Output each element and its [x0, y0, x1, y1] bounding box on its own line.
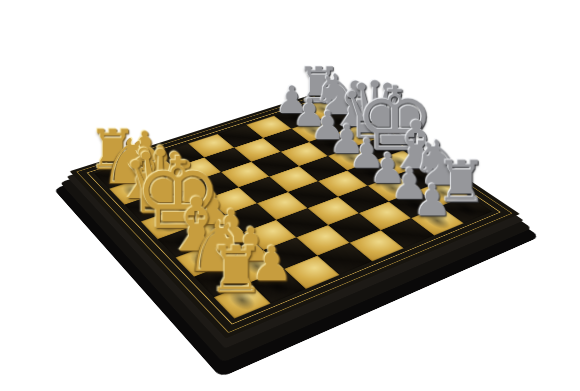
board-frame: ♜♞♝♛♚♝♞♜♟♟♟♟♟♟♟♟♟♟♟♟♟♟♟♟♜♞♝♛♚♝♞♜: [70, 88, 520, 338]
square-h1: ♜: [214, 283, 271, 319]
product-photo-stage: ♜♞♝♛♚♝♞♜♟♟♟♟♟♟♟♟♟♟♟♟♟♟♟♟♜♞♝♛♚♝♞♜: [0, 0, 580, 391]
photo-scene: ♜♞♝♛♚♝♞♜♟♟♟♟♟♟♟♟♟♟♟♟♟♟♟♟♜♞♝♛♚♝♞♜: [0, 0, 580, 391]
white-rook-glyph: ♜: [167, 238, 306, 303]
black-pawn-glyph: ♟: [370, 179, 495, 223]
chess-board: ♜♞♝♛♚♝♞♜♟♟♟♟♟♟♟♟♟♟♟♟♟♟♟♟♜♞♝♛♚♝♞♜: [70, 88, 520, 338]
